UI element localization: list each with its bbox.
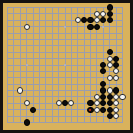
go-board-frame [0, 0, 133, 133]
black-stone [107, 94, 113, 100]
black-stone [24, 119, 30, 125]
white-stone [113, 75, 119, 81]
white-stone [107, 75, 113, 81]
black-stone [87, 24, 93, 30]
black-stone [107, 113, 113, 119]
white-stone [107, 62, 113, 68]
white-stone [94, 94, 100, 100]
black-stone [107, 107, 113, 113]
black-stone [94, 24, 100, 30]
star-point [64, 64, 66, 66]
black-stone [113, 56, 119, 62]
black-stone [87, 17, 93, 23]
go-board[interactable] [3, 3, 130, 130]
white-stone [107, 56, 113, 62]
white-stone [94, 11, 100, 17]
white-stone [17, 87, 23, 93]
star-point [64, 26, 66, 28]
white-stone [113, 107, 119, 113]
black-stone [107, 11, 113, 17]
black-stone [113, 87, 119, 93]
star-point [102, 26, 104, 28]
white-stone [94, 107, 100, 113]
black-stone [30, 107, 36, 113]
white-stone [24, 24, 30, 30]
black-stone [107, 4, 113, 10]
white-stone [107, 87, 113, 93]
star-point [26, 64, 28, 66]
white-stone [119, 94, 125, 100]
